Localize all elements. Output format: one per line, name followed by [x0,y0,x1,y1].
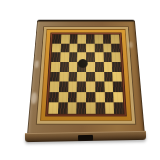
inlay-band-gold [40,29,132,121]
square-d7[interactable] [77,43,86,52]
square-h2[interactable] [113,92,123,103]
square-e8[interactable] [86,35,94,44]
square-c1[interactable] [67,103,77,114]
square-a3[interactable] [50,82,60,92]
inlay-band-tan [36,26,136,124]
square-g5[interactable] [103,62,112,72]
square-c4[interactable] [68,72,77,82]
square-h4[interactable] [112,72,121,82]
square-c8[interactable] [69,35,78,44]
board-photo [0,0,160,160]
square-f4[interactable] [95,72,104,82]
square-h8[interactable] [111,35,120,44]
game-board [27,20,145,135]
square-g6[interactable] [103,52,112,61]
square-b1[interactable] [58,103,68,114]
square-c6[interactable] [69,52,78,61]
square-g3[interactable] [104,82,113,92]
square-d4[interactable] [77,72,86,82]
inlay-band-red [45,33,127,117]
square-f7[interactable] [94,43,103,52]
square-c3[interactable] [68,82,77,92]
square-e2[interactable] [86,92,95,103]
square-g1[interactable] [105,103,115,114]
square-f6[interactable] [95,52,104,61]
square-b6[interactable] [60,52,69,61]
square-b2[interactable] [58,92,68,103]
square-f2[interactable] [95,92,104,103]
square-d3[interactable] [77,82,86,92]
square-d2[interactable] [77,92,86,103]
square-h3[interactable] [113,82,123,92]
square-f3[interactable] [95,82,104,92]
square-b7[interactable] [60,43,69,52]
square-b8[interactable] [61,35,70,44]
square-e1[interactable] [86,103,95,114]
square-f5[interactable] [95,62,104,72]
wear-mark [31,92,38,104]
square-e3[interactable] [86,82,95,92]
square-d8[interactable] [78,35,86,44]
square-d1[interactable] [77,103,86,114]
square-f1[interactable] [95,103,105,114]
wear-mark [128,42,133,48]
square-f8[interactable] [94,35,103,44]
square-h1[interactable] [114,103,124,114]
square-a2[interactable] [49,92,59,103]
square-h5[interactable] [112,62,121,72]
square-h7[interactable] [111,43,120,52]
square-b5[interactable] [60,62,69,72]
square-g4[interactable] [104,72,113,82]
checker-field [48,35,124,114]
square-a1[interactable] [48,103,58,114]
square-e6[interactable] [86,52,95,61]
square-c5[interactable] [68,62,77,72]
square-c2[interactable] [67,92,76,103]
square-a4[interactable] [50,72,59,82]
board-front-edge [25,131,146,142]
square-e4[interactable] [86,72,95,82]
square-g2[interactable] [104,92,114,103]
drawer-slot[interactable] [77,135,92,140]
square-e7[interactable] [86,43,95,52]
square-c7[interactable] [69,43,78,52]
board-frame [27,20,145,135]
square-b3[interactable] [59,82,68,92]
knot-hole [78,59,88,68]
square-h6[interactable] [112,52,121,61]
wear-mark [35,60,39,68]
square-b4[interactable] [59,72,68,82]
